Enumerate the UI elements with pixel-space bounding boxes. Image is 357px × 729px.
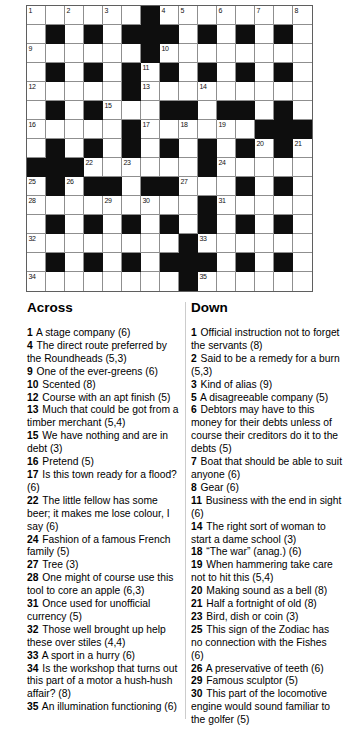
cell-r6c3[interactable] bbox=[65, 101, 84, 120]
cell-r1c5[interactable]: 3 bbox=[103, 6, 122, 25]
clue-number-35: 35 bbox=[200, 273, 207, 281]
block-r13c9 bbox=[179, 234, 198, 253]
clue-number-14: 14 bbox=[200, 83, 207, 91]
cell-r11c4[interactable] bbox=[84, 196, 103, 215]
down-clue-5-number: 5 bbox=[191, 392, 198, 403]
cell-r4c15[interactable] bbox=[293, 63, 312, 82]
cell-r1c11[interactable]: 6 bbox=[217, 6, 236, 25]
cell-r15c2[interactable] bbox=[46, 272, 65, 291]
block-r6c2 bbox=[46, 101, 65, 120]
cell-r14c3[interactable] bbox=[65, 253, 84, 272]
across-clue-15-number: 15 bbox=[27, 430, 39, 441]
cell-r3c11[interactable] bbox=[217, 44, 236, 63]
block-r12c14 bbox=[274, 215, 293, 234]
block-r6c4 bbox=[84, 101, 103, 120]
cell-r5c9[interactable] bbox=[179, 82, 198, 101]
cell-r4c3[interactable] bbox=[65, 63, 84, 82]
cell-r11c5[interactable]: 29 bbox=[103, 196, 122, 215]
cell-r4c7[interactable]: 11 bbox=[141, 63, 160, 82]
cell-r7c5[interactable] bbox=[103, 120, 122, 139]
cell-r9c5[interactable] bbox=[103, 158, 122, 177]
cell-r5c15[interactable] bbox=[293, 82, 312, 101]
down-clue-30[interactable]: 30 This part of the locomotive engine wo… bbox=[191, 688, 342, 727]
down-clue-21[interactable]: 21 Half a fortnight of old (8) bbox=[191, 598, 342, 611]
cell-r10c10[interactable] bbox=[198, 177, 217, 196]
down-clue-8[interactable]: 8 Gear (6) bbox=[191, 482, 342, 495]
cell-r1c1[interactable]: 1 bbox=[27, 6, 46, 25]
block-r6c11 bbox=[217, 101, 236, 120]
cell-r7c7[interactable]: 17 bbox=[141, 120, 160, 139]
cell-r13c15[interactable] bbox=[293, 234, 312, 253]
clue-number-22: 22 bbox=[86, 159, 93, 167]
cell-r6c5[interactable]: 15 bbox=[103, 101, 122, 120]
cell-r4c13[interactable] bbox=[255, 63, 274, 82]
cell-r11c6[interactable] bbox=[122, 196, 141, 215]
across-clue-32[interactable]: 32 Those well brought up help these over… bbox=[27, 624, 181, 650]
cell-r8c11[interactable] bbox=[217, 139, 236, 158]
cell-r3c5[interactable] bbox=[103, 44, 122, 63]
across-clue-31[interactable]: 31 Once used for unofficial currency (5) bbox=[27, 598, 181, 624]
cell-r13c7[interactable] bbox=[141, 234, 160, 253]
cell-r11c1[interactable]: 28 bbox=[27, 196, 46, 215]
cell-r9c4[interactable]: 22 bbox=[84, 158, 103, 177]
block-r12c12 bbox=[236, 215, 255, 234]
cell-r7c4[interactable] bbox=[84, 120, 103, 139]
cell-r11c12[interactable] bbox=[236, 196, 255, 215]
down-clue-1[interactable]: 1 Official instruction not to forget the… bbox=[191, 327, 342, 353]
block-r10c2 bbox=[46, 177, 65, 196]
cell-r5c12[interactable] bbox=[236, 82, 255, 101]
cell-r8c13[interactable]: 20 bbox=[255, 139, 274, 158]
block-r12c2 bbox=[46, 215, 65, 234]
cell-r3c6[interactable] bbox=[122, 44, 141, 63]
across-clue-28-number: 28 bbox=[27, 572, 39, 583]
across-clue-15[interactable]: 15 We have nothing and are in debt (3) bbox=[27, 430, 181, 456]
across-clue-1-number: 1 bbox=[27, 327, 34, 338]
across-clue-24[interactable]: 24 Fashion of a famous French family (5) bbox=[27, 534, 181, 560]
across-clue-9-number: 9 bbox=[27, 366, 34, 377]
block-r4c14 bbox=[274, 63, 293, 82]
clue-number-32: 32 bbox=[29, 235, 36, 243]
down-clue-19[interactable]: 19 When hammering take care not to hit t… bbox=[191, 559, 342, 585]
cell-r11c2[interactable] bbox=[46, 196, 65, 215]
across-clue-34[interactable]: 34 Is the workshop that turns out this p… bbox=[27, 663, 181, 702]
cell-r1c2[interactable] bbox=[46, 6, 65, 25]
down-clue-11[interactable]: 11 Business with the end in sight (6) bbox=[191, 495, 342, 521]
across-clue-31-number: 31 bbox=[27, 598, 39, 609]
cell-r14c5[interactable] bbox=[103, 253, 122, 272]
clue-number-6: 6 bbox=[219, 7, 223, 15]
block-r10c4 bbox=[84, 177, 103, 196]
across-clue-9[interactable]: 9 One of the ever-greens (6) bbox=[27, 366, 181, 379]
block-r14c9 bbox=[179, 253, 198, 272]
cell-r1c9[interactable]: 5 bbox=[179, 6, 198, 25]
cell-r9c9[interactable] bbox=[179, 158, 198, 177]
down-clue-26-number: 26 bbox=[191, 663, 203, 674]
clue-number-17: 17 bbox=[143, 121, 150, 129]
down-clue-7[interactable]: 7 Boat that should be able to suit anyon… bbox=[191, 456, 342, 482]
across-clues: 1 A stage company (6)4 The direct route … bbox=[27, 327, 181, 714]
down-clue-20[interactable]: 20 Making sound as a bell (8) bbox=[191, 585, 342, 598]
cell-r8c5[interactable] bbox=[103, 139, 122, 158]
cell-r13c1[interactable]: 32 bbox=[27, 234, 46, 253]
across-clue-33[interactable]: 33 A sport in a hurry (6) bbox=[27, 650, 181, 663]
across-clue-4[interactable]: 4 The direct route preferred by the Roun… bbox=[27, 340, 181, 366]
block-r2c2 bbox=[46, 25, 65, 44]
cell-r11c9[interactable] bbox=[179, 196, 198, 215]
cell-r15c7[interactable] bbox=[141, 272, 160, 291]
cell-r8c3[interactable] bbox=[65, 139, 84, 158]
cell-r13c2[interactable] bbox=[46, 234, 65, 253]
cell-r12c5[interactable] bbox=[103, 215, 122, 234]
cell-r1c10[interactable] bbox=[198, 6, 217, 25]
cell-r15c10[interactable]: 35 bbox=[198, 272, 217, 291]
cell-r11c13[interactable] bbox=[255, 196, 274, 215]
block-r14c14 bbox=[274, 253, 293, 272]
cell-r3c3[interactable] bbox=[65, 44, 84, 63]
cell-r15c6[interactable] bbox=[122, 272, 141, 291]
cell-r1c8[interactable]: 4 bbox=[160, 6, 179, 25]
clue-number-16: 16 bbox=[29, 121, 36, 129]
block-r2c7 bbox=[141, 25, 160, 44]
cell-r11c14[interactable] bbox=[274, 196, 293, 215]
cell-r15c8[interactable] bbox=[160, 272, 179, 291]
block-r4c8 bbox=[160, 63, 179, 82]
down-clue-29-number: 29 bbox=[191, 675, 203, 686]
cell-r3c8[interactable]: 10 bbox=[160, 44, 179, 63]
block-r2c10 bbox=[198, 25, 217, 44]
across-clue-28[interactable]: 28 One might of course use this tool to … bbox=[27, 572, 181, 598]
across-clue-10-number: 10 bbox=[27, 379, 39, 390]
cell-r5c5[interactable] bbox=[103, 82, 122, 101]
cell-r13c3[interactable] bbox=[65, 234, 84, 253]
block-r12c4 bbox=[84, 215, 103, 234]
cell-r7c12[interactable] bbox=[236, 120, 255, 139]
cell-r13c8[interactable] bbox=[160, 234, 179, 253]
cell-r6c15[interactable] bbox=[293, 101, 312, 120]
cell-r6c13[interactable] bbox=[255, 101, 274, 120]
cell-r4c9[interactable] bbox=[179, 63, 198, 82]
cell-r9c6[interactable]: 23 bbox=[122, 158, 141, 177]
cell-r9c12[interactable] bbox=[236, 158, 255, 177]
cell-r5c7[interactable]: 13 bbox=[141, 82, 160, 101]
clue-number-31: 31 bbox=[219, 197, 226, 205]
down-clue-14[interactable]: 14 The right sort of woman to start a da… bbox=[191, 521, 342, 547]
cell-r13c4[interactable] bbox=[84, 234, 103, 253]
cell-r4c11[interactable] bbox=[217, 63, 236, 82]
cell-r15c5[interactable] bbox=[103, 272, 122, 291]
cell-r7c10[interactable] bbox=[198, 120, 217, 139]
cell-r5c14[interactable] bbox=[274, 82, 293, 101]
cell-r3c14[interactable] bbox=[274, 44, 293, 63]
down-clue-23[interactable]: 23 Bird, dish or coin (3) bbox=[191, 611, 342, 624]
across-clue-16[interactable]: 16 Pretend (5) bbox=[27, 456, 181, 469]
cell-r13c10[interactable]: 33 bbox=[198, 234, 217, 253]
down-clue-3[interactable]: 3 Kind of alias (9) bbox=[191, 379, 342, 392]
cell-r5c10[interactable]: 14 bbox=[198, 82, 217, 101]
cell-r5c2[interactable] bbox=[46, 82, 65, 101]
cell-r2c9[interactable] bbox=[179, 25, 198, 44]
cell-r7c8[interactable] bbox=[160, 120, 179, 139]
cell-r8c7[interactable] bbox=[141, 139, 160, 158]
cell-r8c9[interactable] bbox=[179, 139, 198, 158]
cell-r3c12[interactable] bbox=[236, 44, 255, 63]
cell-r9c13[interactable] bbox=[255, 158, 274, 177]
cell-r9c7[interactable] bbox=[141, 158, 160, 177]
cell-r12c1[interactable] bbox=[27, 215, 46, 234]
cell-r9c15[interactable] bbox=[293, 158, 312, 177]
across-clue-35-number: 35 bbox=[27, 701, 39, 712]
down-clue-29[interactable]: 29 Famous sculptor (5) bbox=[191, 675, 342, 688]
clue-number-10: 10 bbox=[162, 45, 169, 53]
cell-r15c1[interactable]: 34 bbox=[27, 272, 46, 291]
block-r3c7 bbox=[141, 44, 160, 63]
clue-number-26: 26 bbox=[67, 178, 74, 186]
cell-r8c15[interactable]: 21 bbox=[293, 139, 312, 158]
cell-r8c1[interactable] bbox=[27, 139, 46, 158]
block-r7c6 bbox=[122, 120, 141, 139]
block-r12c10 bbox=[198, 215, 217, 234]
cell-r6c6[interactable] bbox=[122, 101, 141, 120]
cell-r11c3[interactable] bbox=[65, 196, 84, 215]
cell-r14c13[interactable] bbox=[255, 253, 274, 272]
across-clue-1[interactable]: 1 A stage company (6) bbox=[27, 327, 181, 340]
clue-number-3: 3 bbox=[105, 7, 109, 15]
cell-r2c15[interactable] bbox=[293, 25, 312, 44]
down-clue-5[interactable]: 5 A disagreeable company (5) bbox=[191, 392, 342, 405]
cell-r12c15[interactable] bbox=[293, 215, 312, 234]
clue-number-4: 4 bbox=[162, 7, 166, 15]
across-clue-13-number: 13 bbox=[27, 404, 39, 415]
down-clues: 1 Official instruction not to forget the… bbox=[191, 327, 342, 727]
cell-r13c5[interactable] bbox=[103, 234, 122, 253]
block-r4c12 bbox=[236, 63, 255, 82]
cell-r13c13[interactable] bbox=[255, 234, 274, 253]
clue-number-9: 9 bbox=[29, 45, 33, 53]
cell-r11c15[interactable] bbox=[293, 196, 312, 215]
block-r8c10 bbox=[198, 139, 217, 158]
cell-r6c1[interactable] bbox=[27, 101, 46, 120]
cell-r15c15[interactable] bbox=[293, 272, 312, 291]
across-clue-17[interactable]: 17 Is this town ready for a flood? (6) bbox=[27, 469, 181, 495]
cell-r3c1[interactable]: 9 bbox=[27, 44, 46, 63]
down-clue-25[interactable]: 25 This sign of the Zodiac has no connec… bbox=[191, 624, 342, 663]
cell-r10c3[interactable]: 26 bbox=[65, 177, 84, 196]
down-clue-26[interactable]: 26 A preservative of teeth (6) bbox=[191, 663, 342, 676]
block-r11c10 bbox=[198, 196, 217, 215]
cell-r9c11[interactable]: 24 bbox=[217, 158, 236, 177]
clue-number-1: 1 bbox=[29, 7, 33, 15]
cell-r12c9[interactable] bbox=[179, 215, 198, 234]
block-r10c14 bbox=[274, 177, 293, 196]
cell-r4c5[interactable] bbox=[103, 63, 122, 82]
down-clue-2[interactable]: 2 Said to be a remedy for a burn (5,3) bbox=[191, 353, 342, 379]
cell-r12c3[interactable] bbox=[65, 215, 84, 234]
cell-r5c4[interactable] bbox=[84, 82, 103, 101]
cell-r10c1[interactable]: 25 bbox=[27, 177, 46, 196]
cell-r7c3[interactable] bbox=[65, 120, 84, 139]
block-r14c6 bbox=[122, 253, 141, 272]
cell-r15c12[interactable] bbox=[236, 272, 255, 291]
cell-r9c8[interactable] bbox=[160, 158, 179, 177]
cell-r14c15[interactable] bbox=[293, 253, 312, 272]
cell-r5c1[interactable]: 12 bbox=[27, 82, 46, 101]
clue-number-23: 23 bbox=[124, 159, 131, 167]
down-clue-19-number: 19 bbox=[191, 559, 203, 570]
cell-r15c4[interactable] bbox=[84, 272, 103, 291]
cell-r3c10[interactable] bbox=[198, 44, 217, 63]
block-r10c7 bbox=[141, 177, 160, 196]
clue-number-8: 8 bbox=[295, 7, 299, 15]
cell-r12c11[interactable] bbox=[217, 215, 236, 234]
across-clue-35[interactable]: 35 An illumination functioning (6) bbox=[27, 701, 181, 714]
down-clue-18-number: 18 bbox=[191, 546, 203, 557]
cell-r10c6[interactable] bbox=[122, 177, 141, 196]
cell-r12c7[interactable] bbox=[141, 215, 160, 234]
cell-r6c7[interactable] bbox=[141, 101, 160, 120]
block-r2c8 bbox=[160, 25, 179, 44]
cell-r7c1[interactable]: 16 bbox=[27, 120, 46, 139]
clue-number-15: 15 bbox=[105, 102, 112, 110]
cell-r13c6[interactable] bbox=[122, 234, 141, 253]
block-r1c7 bbox=[141, 6, 160, 25]
cell-r13c14[interactable] bbox=[274, 234, 293, 253]
cell-r3c9[interactable] bbox=[179, 44, 198, 63]
block-r2c14 bbox=[274, 25, 293, 44]
cell-r10c13[interactable] bbox=[255, 177, 274, 196]
cell-r3c13[interactable] bbox=[255, 44, 274, 63]
down-clue-1-number: 1 bbox=[191, 327, 198, 338]
clue-number-34: 34 bbox=[29, 273, 36, 281]
cell-r1c15[interactable]: 8 bbox=[293, 6, 312, 25]
cell-r5c11[interactable] bbox=[217, 82, 236, 101]
cell-r15c3[interactable] bbox=[65, 272, 84, 291]
cell-r5c3[interactable] bbox=[65, 82, 84, 101]
across-clue-12-number: 12 bbox=[27, 392, 39, 403]
clue-number-13: 13 bbox=[143, 83, 150, 91]
cell-r3c4[interactable] bbox=[84, 44, 103, 63]
cell-r10c9[interactable]: 27 bbox=[179, 177, 198, 196]
cell-r5c13[interactable] bbox=[255, 82, 274, 101]
down-clue-list: Down 1 Official instruction not to forge… bbox=[191, 300, 342, 727]
cell-r10c11[interactable] bbox=[217, 177, 236, 196]
across-clue-list: Across 1 A stage company (6)4 The direct… bbox=[27, 300, 181, 714]
down-clue-8-number: 8 bbox=[191, 482, 198, 493]
cell-r7c9[interactable]: 18 bbox=[179, 120, 198, 139]
cell-r7c2[interactable] bbox=[46, 120, 65, 139]
block-r7c15 bbox=[293, 120, 312, 139]
across-clue-27[interactable]: 27 Tree (3) bbox=[27, 559, 181, 572]
cell-r15c11[interactable] bbox=[217, 272, 236, 291]
block-r7c14 bbox=[274, 120, 293, 139]
cell-r11c8[interactable] bbox=[160, 196, 179, 215]
cell-r13c11[interactable] bbox=[217, 234, 236, 253]
cell-r2c5[interactable] bbox=[103, 25, 122, 44]
block-r6c14 bbox=[274, 101, 293, 120]
across-clue-17-number: 17 bbox=[27, 469, 39, 480]
cell-r10c15[interactable] bbox=[293, 177, 312, 196]
cell-r14c1[interactable] bbox=[27, 253, 46, 272]
across-clue-22-number: 22 bbox=[27, 495, 39, 506]
cell-r1c4[interactable] bbox=[84, 6, 103, 25]
cell-r1c3[interactable]: 2 bbox=[65, 6, 84, 25]
block-r2c12 bbox=[236, 25, 255, 44]
cell-r13c12[interactable] bbox=[236, 234, 255, 253]
cell-r2c1[interactable] bbox=[27, 25, 46, 44]
down-clue-30-number: 30 bbox=[191, 688, 203, 699]
cell-r14c7[interactable] bbox=[141, 253, 160, 272]
cell-r14c11[interactable] bbox=[217, 253, 236, 272]
block-r6c9 bbox=[179, 101, 198, 120]
block-r9c10 bbox=[198, 158, 217, 177]
clue-number-11: 11 bbox=[143, 64, 150, 72]
block-r2c6 bbox=[122, 25, 141, 44]
cell-r11c11[interactable]: 31 bbox=[217, 196, 236, 215]
cell-r11c7[interactable]: 30 bbox=[141, 196, 160, 215]
block-r14c10 bbox=[198, 253, 217, 272]
across-clue-12[interactable]: 12 Course with an apt finish (5) bbox=[27, 392, 181, 405]
block-r15c9 bbox=[179, 272, 198, 291]
down-clue-25-number: 25 bbox=[191, 624, 203, 635]
block-r6c8 bbox=[160, 101, 179, 120]
clue-number-5: 5 bbox=[181, 7, 185, 15]
cell-r1c14[interactable] bbox=[274, 6, 293, 25]
block-r8c6 bbox=[122, 139, 141, 158]
across-clue-13[interactable]: 13 Much that could be got from a timber … bbox=[27, 404, 181, 430]
cell-r1c6[interactable] bbox=[122, 6, 141, 25]
across-clue-10[interactable]: 10 Scented (8) bbox=[27, 379, 181, 392]
block-r10c5 bbox=[103, 177, 122, 196]
cell-r9c14[interactable] bbox=[274, 158, 293, 177]
cell-r7c11[interactable]: 19 bbox=[217, 120, 236, 139]
block-r8c12 bbox=[236, 139, 255, 158]
down-clue-6[interactable]: 6 Debtors may have to this money for the… bbox=[191, 404, 342, 456]
across-clue-4-number: 4 bbox=[27, 340, 34, 351]
cell-r1c12[interactable] bbox=[236, 6, 255, 25]
down-clue-3-number: 3 bbox=[191, 379, 198, 390]
down-clue-11-number: 11 bbox=[191, 495, 203, 506]
block-r8c2 bbox=[46, 139, 65, 158]
cell-r15c14[interactable] bbox=[274, 272, 293, 291]
cell-r12c13[interactable] bbox=[255, 215, 274, 234]
down-clue-7-number: 7 bbox=[191, 456, 198, 467]
cell-r2c13[interactable] bbox=[255, 25, 274, 44]
cell-r2c3[interactable] bbox=[65, 25, 84, 44]
cell-r6c10[interactable] bbox=[198, 101, 217, 120]
down-clue-23-number: 23 bbox=[191, 611, 203, 622]
cell-r15c13[interactable] bbox=[255, 272, 274, 291]
clue-number-2: 2 bbox=[67, 7, 71, 15]
block-r14c4 bbox=[84, 253, 103, 272]
cell-r2c11[interactable] bbox=[217, 25, 236, 44]
down-clue-18[interactable]: 18 “The war” (anag.) (6) bbox=[191, 546, 342, 559]
block-r8c4 bbox=[84, 139, 103, 158]
block-r14c12 bbox=[236, 253, 255, 272]
cell-r4c1[interactable] bbox=[27, 63, 46, 82]
across-clue-22[interactable]: 22 The little fellow has some beer; it m… bbox=[27, 495, 181, 534]
clue-number-24: 24 bbox=[219, 159, 226, 167]
across-clue-32-number: 32 bbox=[27, 624, 39, 635]
cell-r5c8[interactable] bbox=[160, 82, 179, 101]
down-clue-14-number: 14 bbox=[191, 521, 203, 532]
block-r4c4 bbox=[84, 63, 103, 82]
cell-r3c15[interactable] bbox=[293, 44, 312, 63]
block-r12c8 bbox=[160, 215, 179, 234]
block-r4c6 bbox=[122, 63, 141, 82]
cell-r3c2[interactable] bbox=[46, 44, 65, 63]
across-clue-16-number: 16 bbox=[27, 456, 39, 467]
cell-r1c13[interactable]: 7 bbox=[255, 6, 274, 25]
